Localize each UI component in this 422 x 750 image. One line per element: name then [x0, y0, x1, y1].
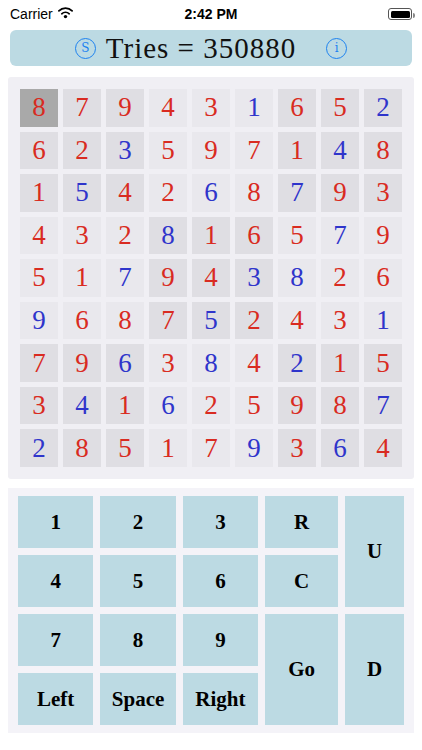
cell-r2c1[interactable]: 6 — [20, 132, 58, 170]
cell-r8c6[interactable]: 5 — [235, 387, 273, 425]
key-r[interactable]: R — [265, 496, 338, 548]
battery-icon — [388, 8, 412, 20]
cell-r9c3[interactable]: 5 — [106, 429, 144, 467]
cell-r1c3[interactable]: 9 — [106, 89, 144, 127]
cell-r5c8[interactable]: 2 — [321, 259, 359, 297]
cell-r7c8[interactable]: 1 — [321, 344, 359, 382]
cell-r2c8[interactable]: 4 — [321, 132, 359, 170]
key-8[interactable]: 8 — [100, 614, 175, 666]
key-4[interactable]: 4 — [18, 555, 93, 607]
key-9[interactable]: 9 — [183, 614, 258, 666]
cell-r3c9[interactable]: 3 — [364, 174, 402, 212]
cell-r5c9[interactable]: 6 — [364, 259, 402, 297]
cell-r6c3[interactable]: 8 — [106, 302, 144, 340]
key-d[interactable]: D — [345, 614, 404, 725]
cell-r7c6[interactable]: 4 — [235, 344, 273, 382]
cell-r4c9[interactable]: 9 — [364, 217, 402, 255]
cell-r9c6[interactable]: 9 — [235, 429, 273, 467]
cell-r9c8[interactable]: 6 — [321, 429, 359, 467]
cell-r6c9[interactable]: 1 — [364, 302, 402, 340]
cell-r2c3[interactable]: 3 — [106, 132, 144, 170]
cell-r1c9[interactable]: 2 — [364, 89, 402, 127]
cell-r1c6[interactable]: 1 — [235, 89, 273, 127]
key-left[interactable]: Left — [18, 673, 93, 725]
cell-r7c7[interactable]: 2 — [278, 344, 316, 382]
cell-r6c1[interactable]: 9 — [20, 302, 58, 340]
cell-r6c4[interactable]: 7 — [149, 302, 187, 340]
cell-r3c1[interactable]: 1 — [20, 174, 58, 212]
header-bar: S Tries = 350880 i — [10, 30, 412, 66]
key-5[interactable]: 5 — [100, 555, 175, 607]
cell-r8c1[interactable]: 3 — [20, 387, 58, 425]
cell-r6c2[interactable]: 6 — [63, 302, 101, 340]
cell-r4c1[interactable]: 4 — [20, 217, 58, 255]
key-6[interactable]: 6 — [183, 555, 258, 607]
cell-r2c9[interactable]: 8 — [364, 132, 402, 170]
cell-r2c6[interactable]: 7 — [235, 132, 273, 170]
cell-r3c3[interactable]: 4 — [106, 174, 144, 212]
cell-r2c7[interactable]: 1 — [278, 132, 316, 170]
cell-r8c8[interactable]: 8 — [321, 387, 359, 425]
cell-r4c6[interactable]: 6 — [235, 217, 273, 255]
cell-r9c7[interactable]: 3 — [278, 429, 316, 467]
status-bar: Carrier 2:42 PM — [0, 0, 422, 28]
key-c[interactable]: C — [265, 555, 338, 607]
cell-r8c5[interactable]: 2 — [192, 387, 230, 425]
keypad-keys: 123RU456C789GoDLeftSpaceRight — [18, 496, 404, 725]
key-1[interactable]: 1 — [18, 496, 93, 548]
cell-r7c5[interactable]: 8 — [192, 344, 230, 382]
cell-r7c4[interactable]: 3 — [149, 344, 187, 382]
cell-r9c9[interactable]: 4 — [364, 429, 402, 467]
cell-r3c4[interactable]: 2 — [149, 174, 187, 212]
cell-r3c6[interactable]: 8 — [235, 174, 273, 212]
key-go[interactable]: Go — [265, 614, 338, 725]
cell-r5c6[interactable]: 3 — [235, 259, 273, 297]
cell-r1c1[interactable]: 8 — [20, 89, 58, 127]
cell-r1c4[interactable]: 4 — [149, 89, 187, 127]
cell-r4c7[interactable]: 5 — [278, 217, 316, 255]
cell-r1c2[interactable]: 7 — [63, 89, 101, 127]
clock: 2:42 PM — [0, 6, 422, 22]
key-3[interactable]: 3 — [183, 496, 258, 548]
cell-r2c5[interactable]: 9 — [192, 132, 230, 170]
cell-r2c2[interactable]: 2 — [63, 132, 101, 170]
cell-r8c2[interactable]: 4 — [63, 387, 101, 425]
cell-r7c9[interactable]: 5 — [364, 344, 402, 382]
cell-r5c5[interactable]: 4 — [192, 259, 230, 297]
cell-r8c9[interactable]: 7 — [364, 387, 402, 425]
cell-r9c4[interactable]: 1 — [149, 429, 187, 467]
cell-r9c1[interactable]: 2 — [20, 429, 58, 467]
key-right[interactable]: Right — [183, 673, 258, 725]
cell-r4c4[interactable]: 8 — [149, 217, 187, 255]
app-screen: Carrier 2:42 PM S Tries = 350880 i 8794 — [0, 0, 422, 733]
cell-r4c2[interactable]: 3 — [63, 217, 101, 255]
key-2[interactable]: 2 — [100, 496, 175, 548]
cell-r5c3[interactable]: 7 — [106, 259, 144, 297]
cell-r6c5[interactable]: 5 — [192, 302, 230, 340]
cell-r3c5[interactable]: 6 — [192, 174, 230, 212]
cell-r7c2[interactable]: 9 — [63, 344, 101, 382]
solve-button[interactable]: S — [75, 38, 96, 59]
cell-r8c7[interactable]: 9 — [278, 387, 316, 425]
cell-r6c8[interactable]: 3 — [321, 302, 359, 340]
cell-r1c7[interactable]: 6 — [278, 89, 316, 127]
cell-r3c2[interactable]: 5 — [63, 174, 101, 212]
cell-r9c5[interactable]: 7 — [192, 429, 230, 467]
cell-r8c4[interactable]: 6 — [149, 387, 187, 425]
keypad: 123RU456C789GoDLeftSpaceRight — [8, 488, 414, 733]
key-7[interactable]: 7 — [18, 614, 93, 666]
cell-r1c5[interactable]: 3 — [192, 89, 230, 127]
cell-r4c3[interactable]: 2 — [106, 217, 144, 255]
cell-r7c1[interactable]: 7 — [20, 344, 58, 382]
cell-r3c7[interactable]: 7 — [278, 174, 316, 212]
sudoku-grid: 8794316526235971481542687934328165795179… — [20, 89, 402, 467]
cell-r2c4[interactable]: 5 — [149, 132, 187, 170]
cell-r3c8[interactable]: 9 — [321, 174, 359, 212]
info-button-label: i — [335, 41, 339, 55]
tries-counter: Tries = 350880 — [106, 32, 296, 65]
cell-r9c2[interactable]: 8 — [63, 429, 101, 467]
cell-r5c4[interactable]: 9 — [149, 259, 187, 297]
cell-r6c6[interactable]: 2 — [235, 302, 273, 340]
cell-r8c3[interactable]: 1 — [106, 387, 144, 425]
key-u[interactable]: U — [345, 496, 404, 607]
cell-r5c2[interactable]: 1 — [63, 259, 101, 297]
cell-r5c1[interactable]: 5 — [20, 259, 58, 297]
cell-r4c5[interactable]: 1 — [192, 217, 230, 255]
cell-r1c8[interactable]: 5 — [321, 89, 359, 127]
info-button[interactable]: i — [326, 38, 347, 59]
cell-r5c7[interactable]: 8 — [278, 259, 316, 297]
key-space[interactable]: Space — [100, 673, 175, 725]
cell-r7c3[interactable]: 6 — [106, 344, 144, 382]
solve-button-label: S — [81, 41, 89, 55]
cell-r6c7[interactable]: 4 — [278, 302, 316, 340]
cell-r4c8[interactable]: 7 — [321, 217, 359, 255]
sudoku-board: 8794316526235971481542687934328165795179… — [8, 77, 414, 479]
